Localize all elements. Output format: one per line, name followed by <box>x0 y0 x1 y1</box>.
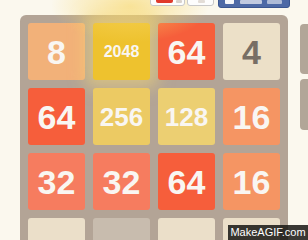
tile-r1c1: 8 <box>28 23 85 80</box>
share-count-mark <box>176 0 182 3</box>
tile-r4c1 <box>28 218 85 240</box>
facebook-like-button[interactable] <box>218 0 290 8</box>
share-count-mark <box>198 0 205 3</box>
tile-r3c2: 32 <box>93 153 150 210</box>
empty-cell-r4c2 <box>93 218 150 240</box>
share-button-1[interactable] <box>150 0 185 6</box>
tile-r1c2: 2048 <box>93 23 150 80</box>
like-count-mark <box>267 0 282 4</box>
tile-r3c3: 64 <box>158 153 215 210</box>
tile-grid: 82048644642561281632326416 <box>28 23 280 240</box>
tile-r2c3: 128 <box>158 88 215 145</box>
tile-r3c4: 16 <box>223 153 280 210</box>
red-share-icon <box>156 0 173 3</box>
tile-r2c2: 256 <box>93 88 150 145</box>
tile-r1c3: 64 <box>158 23 215 80</box>
tile-r2c1: 64 <box>28 88 85 145</box>
share-button-2[interactable] <box>187 0 214 6</box>
tile-r3c1: 32 <box>28 153 85 210</box>
tile-r1c4: 4 <box>223 23 280 80</box>
tile-r2c4: 16 <box>223 88 280 145</box>
thumbs-up-icon <box>225 0 234 4</box>
adjacent-tile-edge-1 <box>300 24 308 74</box>
tile-r4c3 <box>158 218 215 240</box>
adjacent-tile-edge-2 <box>300 79 308 130</box>
game-board: 82048644642561281632326416 <box>20 15 288 240</box>
like-label-mark <box>240 0 262 4</box>
makeagif-watermark: MakeAGIF.com <box>228 225 308 240</box>
